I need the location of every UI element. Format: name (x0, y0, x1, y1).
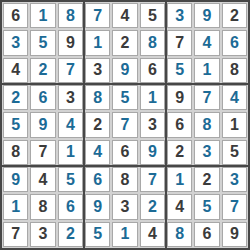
cell-r4c4[interactable]: 8 (85, 85, 110, 110)
cell-r4c6[interactable]: 1 (140, 85, 165, 110)
cell-r7c8[interactable]: 2 (194, 167, 219, 192)
cell-r1c9[interactable]: 2 (222, 3, 247, 28)
cell-r2c4[interactable]: 1 (85, 30, 110, 55)
cell-r9c8[interactable]: 6 (194, 222, 219, 247)
cell-r2c5[interactable]: 2 (112, 30, 137, 55)
cell-r2c3[interactable]: 9 (58, 30, 83, 55)
cell-r9c6[interactable]: 4 (140, 222, 165, 247)
cell-r4c7[interactable]: 9 (167, 85, 192, 110)
cell-r2c9[interactable]: 6 (222, 30, 247, 55)
cell-r5c9[interactable]: 1 (222, 112, 247, 137)
cell-r2c8[interactable]: 4 (194, 30, 219, 55)
box-divider-vertical-2 (165, 2, 167, 248)
cell-r5c3[interactable]: 4 (58, 112, 83, 137)
cell-r6c6[interactable]: 9 (140, 140, 165, 165)
cell-r3c3[interactable]: 7 (58, 58, 83, 83)
cell-r5c7[interactable]: 6 (167, 112, 192, 137)
cell-r7c1[interactable]: 9 (3, 167, 28, 192)
cell-r6c7[interactable]: 2 (167, 140, 192, 165)
cell-r6c3[interactable]: 1 (58, 140, 83, 165)
sudoku-board: 6187453923591287464273965182638519745942… (0, 0, 250, 250)
cell-r8c1[interactable]: 1 (3, 194, 28, 219)
cell-r7c5[interactable]: 8 (112, 167, 137, 192)
cell-r8c3[interactable]: 6 (58, 194, 83, 219)
cell-r8c9[interactable]: 7 (222, 194, 247, 219)
cell-r6c9[interactable]: 5 (222, 140, 247, 165)
cell-r4c5[interactable]: 5 (112, 85, 137, 110)
cell-r3c1[interactable]: 4 (3, 58, 28, 83)
cell-r4c2[interactable]: 6 (30, 85, 55, 110)
cell-r3c9[interactable]: 8 (222, 58, 247, 83)
cell-r7c3[interactable]: 5 (58, 167, 83, 192)
cell-r4c9[interactable]: 4 (222, 85, 247, 110)
cell-r8c7[interactable]: 4 (167, 194, 192, 219)
cell-r7c9[interactable]: 3 (222, 167, 247, 192)
cell-r5c6[interactable]: 3 (140, 112, 165, 137)
cell-r4c3[interactable]: 3 (58, 85, 83, 110)
cell-r5c5[interactable]: 7 (112, 112, 137, 137)
box-divider-horizontal-1 (2, 83, 248, 85)
box-divider-horizontal-2 (2, 165, 248, 167)
cell-r1c8[interactable]: 9 (194, 3, 219, 28)
cell-r6c1[interactable]: 8 (3, 140, 28, 165)
cell-r7c4[interactable]: 6 (85, 167, 110, 192)
cell-r4c8[interactable]: 7 (194, 85, 219, 110)
cell-r8c4[interactable]: 9 (85, 194, 110, 219)
cell-r6c2[interactable]: 7 (30, 140, 55, 165)
cell-r9c1[interactable]: 7 (3, 222, 28, 247)
cell-r1c5[interactable]: 4 (112, 3, 137, 28)
cell-r6c5[interactable]: 6 (112, 140, 137, 165)
cell-r1c1[interactable]: 6 (3, 3, 28, 28)
cell-r7c7[interactable]: 1 (167, 167, 192, 192)
cell-r3c8[interactable]: 1 (194, 58, 219, 83)
cell-r1c7[interactable]: 3 (167, 3, 192, 28)
cell-r5c8[interactable]: 8 (194, 112, 219, 137)
cell-r3c2[interactable]: 2 (30, 58, 55, 83)
cell-r1c2[interactable]: 1 (30, 3, 55, 28)
cell-r8c8[interactable]: 5 (194, 194, 219, 219)
cell-r1c6[interactable]: 5 (140, 3, 165, 28)
cell-r9c2[interactable]: 3 (30, 222, 55, 247)
cell-r2c7[interactable]: 7 (167, 30, 192, 55)
cell-r4c1[interactable]: 2 (3, 85, 28, 110)
cell-r5c4[interactable]: 2 (85, 112, 110, 137)
cell-r6c4[interactable]: 4 (85, 140, 110, 165)
cell-r3c6[interactable]: 6 (140, 58, 165, 83)
box-divider-vertical-1 (83, 2, 85, 248)
cell-r2c2[interactable]: 5 (30, 30, 55, 55)
cell-r9c3[interactable]: 2 (58, 222, 83, 247)
cell-r8c6[interactable]: 2 (140, 194, 165, 219)
cell-r3c5[interactable]: 9 (112, 58, 137, 83)
cell-r3c7[interactable]: 5 (167, 58, 192, 83)
cell-r2c6[interactable]: 8 (140, 30, 165, 55)
cell-r9c4[interactable]: 5 (85, 222, 110, 247)
cell-r1c3[interactable]: 8 (58, 3, 83, 28)
sudoku-grid: 6187453923591287464273965182638519745942… (2, 2, 248, 248)
cell-r2c1[interactable]: 3 (3, 30, 28, 55)
cell-r1c4[interactable]: 7 (85, 3, 110, 28)
cell-r7c2[interactable]: 4 (30, 167, 55, 192)
cell-r9c7[interactable]: 8 (167, 222, 192, 247)
cell-r6c8[interactable]: 3 (194, 140, 219, 165)
cell-r3c4[interactable]: 3 (85, 58, 110, 83)
cell-r5c2[interactable]: 9 (30, 112, 55, 137)
cell-r7c6[interactable]: 7 (140, 167, 165, 192)
cell-r5c1[interactable]: 5 (3, 112, 28, 137)
cell-r9c5[interactable]: 1 (112, 222, 137, 247)
cell-r8c5[interactable]: 3 (112, 194, 137, 219)
cell-r8c2[interactable]: 8 (30, 194, 55, 219)
cell-r9c9[interactable]: 9 (222, 222, 247, 247)
